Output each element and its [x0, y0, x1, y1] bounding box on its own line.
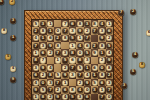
board-cell[interactable]: 1 — [32, 49, 39, 56]
board-cell[interactable]: 9 — [47, 42, 54, 49]
light-counter-piece[interactable]: 4 — [62, 94, 68, 100]
board-cell[interactable] — [91, 94, 98, 100]
board-cell[interactable]: 5 — [69, 94, 76, 100]
light-counter-piece[interactable]: 2 — [40, 72, 46, 78]
board-cell[interactable]: 2 — [47, 94, 54, 100]
dark-counter-piece[interactable]: 9 — [55, 94, 61, 100]
board-cell[interactable]: 5 — [32, 20, 39, 27]
light-counter-piece[interactable]: 1 — [33, 50, 39, 56]
board-cell[interactable]: 4 — [32, 79, 39, 86]
board-cell[interactable]: 0 — [76, 49, 83, 56]
board-cell[interactable]: 2 — [106, 35, 113, 42]
light-counter-piece[interactable]: 4 — [84, 72, 90, 78]
board-cell[interactable]: 3 — [61, 49, 68, 56]
loose-counter[interactable]: 1 — [10, 35, 16, 41]
board-cell[interactable]: 5 — [39, 86, 46, 93]
board-cell[interactable]: 3 — [106, 79, 113, 86]
board-cell[interactable]: 2 — [84, 27, 91, 34]
board-cell[interactable] — [54, 20, 61, 27]
board-cell[interactable]: 1 — [39, 35, 46, 42]
light-counter-piece[interactable]: 1 — [99, 87, 105, 93]
board-cell[interactable]: 9 — [39, 64, 46, 71]
dark-counter-piece[interactable]: 6 — [33, 72, 39, 78]
light-counter-piece[interactable]: 8 — [99, 43, 105, 49]
light-counter-piece[interactable]: 9 — [92, 50, 98, 56]
board-cell[interactable]: 6 — [61, 86, 68, 93]
dark-counter-piece[interactable]: 5 — [106, 43, 112, 49]
board-cell[interactable]: 5 — [91, 79, 98, 86]
light-counter-piece[interactable]: 3 — [62, 50, 68, 56]
light-counter-piece[interactable]: 3 — [106, 80, 112, 86]
board-cell[interactable] — [54, 64, 61, 71]
board-cell[interactable]: 4 — [76, 42, 83, 49]
light-counter-piece[interactable]: 8 — [77, 21, 83, 27]
light-counter-piece[interactable]: 2 — [77, 80, 83, 86]
dark-counter-piece[interactable]: 9 — [47, 43, 53, 49]
board-cell[interactable]: 2 — [76, 79, 83, 86]
board-cell[interactable]: 8 — [76, 20, 83, 27]
dark-counter-piece[interactable]: 1 — [47, 28, 53, 34]
board-cell[interactable]: 8 — [61, 35, 68, 42]
board-cell[interactable]: 9 — [84, 79, 91, 86]
light-counter-piece[interactable]: 1 — [62, 80, 68, 86]
board-cell[interactable]: 5 — [84, 49, 91, 56]
dark-counter-piece[interactable]: 7 — [99, 94, 105, 100]
board-cell[interactable]: 5 — [76, 64, 83, 71]
light-counter-piece[interactable]: 5 — [33, 21, 39, 27]
board-cell[interactable]: 0 — [39, 79, 46, 86]
light-counter-piece[interactable]: 2 — [99, 57, 105, 63]
board-cell[interactable]: 1 — [47, 20, 54, 27]
dark-counter-piece[interactable]: 6 — [84, 94, 90, 100]
board-cell[interactable]: 7 — [84, 35, 91, 42]
dark-counter-piece[interactable]: 7 — [55, 50, 61, 56]
board-cell[interactable]: 5 — [61, 57, 68, 64]
light-counter-piece[interactable]: 2 — [47, 94, 53, 100]
dark-counter-piece[interactable]: 8 — [47, 72, 53, 78]
dark-counter-piece[interactable]: 9 — [33, 87, 39, 93]
light-counter-piece[interactable]: 8 — [106, 65, 112, 71]
dark-counter-piece[interactable]: 6 — [40, 50, 46, 56]
dark-counter-piece[interactable]: 6 — [62, 87, 68, 93]
board-cell[interactable] — [91, 57, 98, 64]
board-cell[interactable]: 7 — [76, 72, 83, 79]
light-counter-piece[interactable]: 8 — [40, 28, 46, 34]
loose-counter[interactable]: 5 — [130, 69, 136, 75]
dark-counter-piece[interactable]: 0 — [99, 65, 105, 71]
board-cell[interactable]: 3 — [69, 72, 76, 79]
board-cell[interactable]: 2 — [106, 72, 113, 79]
light-counter-piece[interactable]: 7 — [62, 21, 68, 27]
board-cell[interactable]: 7 — [61, 27, 68, 34]
loose-counter[interactable]: 9 — [10, 77, 16, 83]
loose-counter[interactable]: 6 — [0, 0, 4, 5]
board-cell[interactable]: 5 — [54, 72, 61, 79]
light-counter-piece[interactable]: 6 — [69, 57, 75, 63]
dark-counter-piece[interactable]: 7 — [55, 80, 61, 86]
dark-counter-piece[interactable]: 4 — [77, 43, 83, 49]
board-cell[interactable]: 1 — [54, 57, 61, 64]
board-cell[interactable]: 2 — [32, 27, 39, 34]
board-cell[interactable]: 9 — [61, 72, 68, 79]
dark-counter-piece[interactable]: 4 — [99, 21, 105, 27]
board-cell[interactable]: 8 — [98, 72, 105, 79]
board-cell[interactable]: 8 — [69, 86, 76, 93]
loose-counter[interactable]: 8 — [1, 28, 7, 34]
dark-counter-piece[interactable]: 8 — [69, 50, 75, 56]
photo-scene: 5317683841281073927364162851792739814628… — [0, 0, 150, 100]
board-cell[interactable]: 1 — [76, 35, 83, 42]
light-counter-piece[interactable]: 6 — [84, 43, 90, 49]
dark-counter-piece[interactable]: 7 — [106, 87, 112, 93]
board-cell[interactable]: 3 — [84, 57, 91, 64]
light-counter-piece[interactable]: 2 — [55, 87, 61, 93]
dark-counter-piece[interactable]: 9 — [77, 28, 83, 34]
board-cell[interactable]: 6 — [47, 35, 54, 42]
light-counter-piece[interactable]: 4 — [33, 80, 39, 86]
board-cell[interactable]: 7 — [47, 86, 54, 93]
board-cell[interactable]: 2 — [98, 57, 105, 64]
board-cell[interactable]: 3 — [39, 42, 46, 49]
light-counter-piece[interactable]: 0 — [106, 94, 112, 100]
light-counter-piece[interactable]: 7 — [40, 57, 46, 63]
loose-counter[interactable]: 7 — [118, 10, 124, 16]
board-cell[interactable]: 5 — [106, 42, 113, 49]
board-cell[interactable] — [69, 79, 76, 86]
light-counter-piece[interactable]: 2 — [84, 28, 90, 34]
board-cell[interactable]: 5 — [69, 35, 76, 42]
board-cell[interactable]: 7 — [69, 64, 76, 71]
board-cell[interactable]: 3 — [39, 20, 46, 27]
light-counter-piece[interactable]: 8 — [99, 72, 105, 78]
board-cell[interactable]: 1 — [32, 94, 39, 100]
dark-counter-piece[interactable]: 8 — [40, 94, 46, 100]
board-cell[interactable]: 1 — [91, 72, 98, 79]
dark-counter-piece[interactable]: 9 — [106, 57, 112, 63]
light-counter-piece[interactable]: 1 — [69, 43, 75, 49]
light-counter-piece[interactable]: 3 — [84, 57, 90, 63]
loose-counter[interactable]: 2 — [130, 9, 136, 15]
board-cell[interactable]: 6 — [32, 72, 39, 79]
board-cell[interactable]: 6 — [69, 57, 76, 64]
board-cell[interactable]: 2 — [47, 49, 54, 56]
light-counter-piece[interactable]: 3 — [40, 43, 46, 49]
board-cell[interactable]: 2 — [54, 35, 61, 42]
board-cell[interactable]: 1 — [61, 79, 68, 86]
board-cell[interactable]: 1 — [84, 64, 91, 71]
board-cell[interactable]: 8 — [106, 64, 113, 71]
loose-counter[interactable]: 4 — [10, 66, 16, 72]
board-cell[interactable]: 7 — [54, 49, 61, 56]
light-counter-piece[interactable]: 8 — [69, 87, 75, 93]
board-cell[interactable]: 7 — [98, 94, 105, 100]
board-cell[interactable]: 4 — [32, 35, 39, 42]
light-counter-piece[interactable]: 0 — [84, 87, 90, 93]
board-cell[interactable]: 8 — [54, 42, 61, 49]
board-cell[interactable]: 3 — [69, 27, 76, 34]
dark-counter-piece[interactable]: 5 — [69, 35, 75, 41]
dark-counter-piece[interactable]: 8 — [77, 57, 83, 63]
dark-counter-piece[interactable]: 2 — [92, 43, 98, 49]
dark-counter-piece[interactable]: 7 — [92, 28, 98, 34]
light-counter-piece[interactable]: 1 — [106, 21, 112, 27]
light-counter-piece[interactable]: 1 — [77, 35, 83, 41]
board-cell[interactable]: 9 — [91, 49, 98, 56]
dark-counter-piece[interactable]: 2 — [33, 28, 39, 34]
light-counter-piece[interactable]: 4 — [33, 35, 39, 41]
board-cell[interactable] — [91, 35, 98, 42]
board-cell[interactable]: 1 — [106, 20, 113, 27]
board-cell[interactable]: 7 — [32, 42, 39, 49]
light-counter-piece[interactable]: 3 — [99, 28, 105, 34]
dark-counter-piece[interactable]: 5 — [69, 94, 75, 100]
board-cell[interactable]: 9 — [32, 86, 39, 93]
light-counter-piece[interactable]: 3 — [69, 28, 75, 34]
board-cell[interactable]: 8 — [98, 42, 105, 49]
board-cell[interactable]: 2 — [61, 64, 68, 71]
board-cell[interactable]: 4 — [61, 94, 68, 100]
dark-counter-piece[interactable]: 7 — [77, 72, 83, 78]
dark-counter-piece[interactable]: 3 — [40, 21, 46, 27]
light-counter-piece[interactable]: 4 — [47, 65, 53, 71]
board-cell[interactable]: 2 — [39, 72, 46, 79]
board-cell[interactable]: 1 — [69, 42, 76, 49]
light-counter-piece[interactable]: 5 — [92, 80, 98, 86]
board-cell[interactable]: 3 — [98, 27, 105, 34]
board-cell[interactable]: 8 — [39, 94, 46, 100]
light-counter-piece[interactable]: 3 — [47, 80, 53, 86]
board-cell[interactable]: 6 — [91, 64, 98, 71]
board-cell[interactable]: 3 — [91, 86, 98, 93]
board-cell[interactable]: 8 — [76, 57, 83, 64]
light-counter-piece[interactable]: 3 — [77, 94, 83, 100]
board-cell[interactable]: 0 — [106, 94, 113, 100]
dark-counter-piece[interactable]: 5 — [84, 50, 90, 56]
loose-counter[interactable]: 3 — [10, 18, 16, 24]
board-cell[interactable]: 4 — [47, 64, 54, 71]
dark-counter-piece[interactable]: 1 — [84, 65, 90, 71]
board-cell[interactable]: 4 — [106, 49, 113, 56]
board-cell[interactable]: 9 — [76, 27, 83, 34]
board-cell[interactable]: 9 — [106, 57, 113, 64]
dark-counter-piece[interactable]: 1 — [40, 35, 46, 41]
board-cell[interactable] — [47, 57, 54, 64]
loose-counter[interactable]: 6 — [146, 30, 150, 36]
light-counter-piece[interactable]: 5 — [55, 72, 61, 78]
dark-counter-piece[interactable]: 6 — [99, 80, 105, 86]
board-cell[interactable]: 0 — [54, 27, 61, 34]
board-cell[interactable]: 8 — [32, 57, 39, 64]
light-counter-piece[interactable]: 1 — [33, 94, 39, 100]
board-cell[interactable]: 6 — [39, 49, 46, 56]
loose-counter[interactable]: 8 — [139, 62, 145, 68]
board-cell[interactable]: 0 — [84, 86, 91, 93]
board-cell[interactable]: 4 — [84, 72, 91, 79]
board-cell[interactable]: 9 — [98, 35, 105, 42]
dark-counter-piece[interactable]: 2 — [106, 72, 112, 78]
light-counter-piece[interactable]: 2 — [47, 50, 53, 56]
dark-counter-piece[interactable]: 9 — [84, 80, 90, 86]
board-cell[interactable]: 7 — [91, 27, 98, 34]
board-cell[interactable]: 1 — [98, 49, 105, 56]
dark-counter-piece[interactable]: 3 — [92, 87, 98, 93]
dark-counter-piece[interactable]: 9 — [99, 35, 105, 41]
board-cell[interactable]: 2 — [91, 42, 98, 49]
board-grid: 5317683841281073927364162851792739814628… — [31, 19, 114, 100]
dark-counter-piece[interactable]: 9 — [40, 65, 46, 71]
board-cell[interactable]: 3 — [84, 20, 91, 27]
light-counter-piece[interactable]: 0 — [55, 28, 61, 34]
board-cell[interactable]: 6 — [84, 94, 91, 100]
board-cell[interactable]: 1 — [47, 27, 54, 34]
light-counter-piece[interactable]: 6 — [47, 35, 53, 41]
board-cell[interactable]: 4 — [76, 86, 83, 93]
dark-counter-piece[interactable]: 7 — [84, 35, 90, 41]
light-counter-piece[interactable]: 5 — [40, 87, 46, 93]
light-counter-piece[interactable]: 1 — [55, 57, 61, 63]
board-cell[interactable]: 3 — [32, 64, 39, 71]
dark-counter-piece[interactable]: 7 — [33, 43, 39, 49]
board-cell[interactable]: 7 — [39, 57, 46, 64]
light-counter-piece[interactable]: 3 — [69, 72, 75, 78]
board-cell[interactable]: 0 — [98, 64, 105, 71]
light-counter-piece[interactable]: 8 — [55, 43, 61, 49]
dark-counter-piece[interactable]: 1 — [99, 50, 105, 56]
dark-counter-piece[interactable]: 7 — [47, 87, 53, 93]
board-cell[interactable]: 8 — [69, 49, 76, 56]
dark-counter-piece[interactable]: 3 — [84, 21, 90, 27]
loose-counter[interactable]: 3 — [121, 83, 127, 89]
board-cell[interactable]: 8 — [91, 20, 98, 27]
board-cell[interactable]: 6 — [98, 79, 105, 86]
light-counter-piece[interactable]: 8 — [92, 21, 98, 27]
dark-counter-piece[interactable]: 0 — [40, 80, 46, 86]
light-counter-piece[interactable]: 6 — [92, 65, 98, 71]
light-counter-piece[interactable]: 1 — [47, 21, 53, 27]
dark-counter-piece[interactable]: 5 — [62, 57, 68, 63]
game-board: 5317683841281073927364162851792739814628… — [24, 10, 123, 100]
loose-counter[interactable]: 4 — [132, 52, 138, 58]
board-cell[interactable]: 6 — [106, 27, 113, 34]
board-cell[interactable]: 8 — [47, 72, 54, 79]
board-cell[interactable]: 1 — [98, 86, 105, 93]
dark-counter-piece[interactable]: 8 — [33, 57, 39, 63]
dark-counter-piece[interactable]: 2 — [55, 35, 61, 41]
light-counter-piece[interactable]: 3 — [33, 65, 39, 71]
board-cell[interactable]: 3 — [47, 79, 54, 86]
board-cell[interactable]: 6 — [69, 20, 76, 27]
loose-counter[interactable]: 2 — [9, 0, 15, 5]
board-cell[interactable]: 4 — [98, 20, 105, 27]
board-cell[interactable]: 7 — [54, 79, 61, 86]
loose-counter[interactable]: 5 — [5, 54, 11, 60]
dark-counter-piece[interactable]: 4 — [77, 87, 83, 93]
dark-counter-piece[interactable]: 1 — [92, 72, 98, 78]
dark-counter-piece[interactable]: 7 — [62, 28, 68, 34]
dark-counter-piece[interactable]: 7 — [69, 65, 75, 71]
board-cell[interactable]: 2 — [54, 86, 61, 93]
board-cell[interactable] — [61, 42, 68, 49]
light-counter-piece[interactable]: 2 — [106, 35, 112, 41]
light-counter-piece[interactable]: 4 — [106, 50, 112, 56]
dark-counter-piece[interactable]: 6 — [69, 21, 75, 27]
light-counter-piece[interactable]: 2 — [62, 65, 68, 71]
board-cell[interactable]: 9 — [54, 94, 61, 100]
light-counter-piece[interactable]: 0 — [77, 50, 83, 56]
board-cell[interactable]: 7 — [61, 20, 68, 27]
dark-counter-piece[interactable]: 9 — [62, 72, 68, 78]
light-counter-piece[interactable]: 8 — [62, 35, 68, 41]
board-cell[interactable]: 6 — [84, 42, 91, 49]
board-cell[interactable]: 7 — [106, 86, 113, 93]
board-cell[interactable]: 8 — [39, 27, 46, 34]
light-counter-piece[interactable]: 5 — [77, 65, 83, 71]
board-cell[interactable]: 3 — [76, 94, 83, 100]
dark-counter-piece[interactable]: 6 — [106, 28, 112, 34]
